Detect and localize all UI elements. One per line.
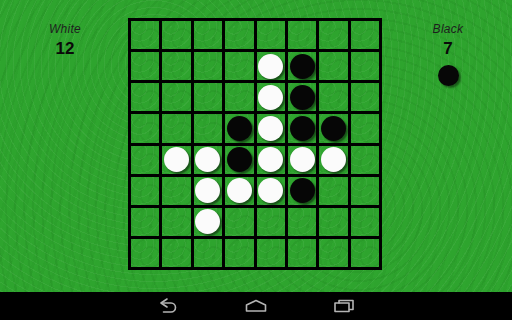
board-cell-c5[interactable] — [194, 146, 222, 174]
board-cell-h8[interactable] — [351, 239, 379, 267]
board-cell-d8[interactable] — [225, 239, 253, 267]
board-cell-a2[interactable] — [131, 52, 159, 80]
board-cell-b7[interactable] — [162, 208, 190, 236]
board-cell-d4[interactable] — [225, 114, 253, 142]
board-cell-e1[interactable] — [257, 21, 285, 49]
back-icon[interactable] — [156, 297, 180, 315]
white-disc — [321, 147, 346, 172]
white-player-label: White — [20, 22, 110, 36]
board-cell-g8[interactable] — [319, 239, 347, 267]
board-cell-f8[interactable] — [288, 239, 316, 267]
board-cell-a8[interactable] — [131, 239, 159, 267]
board-cell-b1[interactable] — [162, 21, 190, 49]
board-cell-c6[interactable] — [194, 177, 222, 205]
board-cell-f3[interactable] — [288, 83, 316, 111]
board-cell-f7[interactable] — [288, 208, 316, 236]
board-cell-g4[interactable] — [319, 114, 347, 142]
board-cell-e7[interactable] — [257, 208, 285, 236]
black-disc — [227, 147, 252, 172]
board-cell-c7[interactable] — [194, 208, 222, 236]
black-disc — [290, 178, 315, 203]
board-cell-f5[interactable] — [288, 146, 316, 174]
board-cell-d2[interactable] — [225, 52, 253, 80]
board-cell-a6[interactable] — [131, 177, 159, 205]
white-disc — [164, 147, 189, 172]
black-player-label: Black — [403, 22, 493, 36]
board-cell-e3[interactable] — [257, 83, 285, 111]
board-cell-b3[interactable] — [162, 83, 190, 111]
board-cell-f6[interactable] — [288, 177, 316, 205]
white-disc — [195, 147, 220, 172]
board-cell-b6[interactable] — [162, 177, 190, 205]
board-cell-b2[interactable] — [162, 52, 190, 80]
board-cell-h1[interactable] — [351, 21, 379, 49]
board-cell-e2[interactable] — [257, 52, 285, 80]
white-score-count: 12 — [20, 39, 110, 59]
board-cell-e4[interactable] — [257, 114, 285, 142]
board-cell-a1[interactable] — [131, 21, 159, 49]
board-cell-b5[interactable] — [162, 146, 190, 174]
black-score-count: 7 — [403, 39, 493, 59]
board-cell-h5[interactable] — [351, 146, 379, 174]
board-cell-c1[interactable] — [194, 21, 222, 49]
white-disc — [258, 178, 283, 203]
board-cell-b8[interactable] — [162, 239, 190, 267]
board-cell-g5[interactable] — [319, 146, 347, 174]
android-nav-bar — [0, 292, 512, 320]
board-cell-d5[interactable] — [225, 146, 253, 174]
board-cell-e6[interactable] — [257, 177, 285, 205]
board-cell-e8[interactable] — [257, 239, 285, 267]
black-score-panel: Black 7 — [403, 22, 493, 86]
board-cell-g6[interactable] — [319, 177, 347, 205]
black-disc — [290, 116, 315, 141]
board-cell-h2[interactable] — [351, 52, 379, 80]
white-disc — [227, 178, 252, 203]
board-cell-g3[interactable] — [319, 83, 347, 111]
home-icon[interactable] — [244, 297, 268, 315]
board-cell-a3[interactable] — [131, 83, 159, 111]
board-cell-a5[interactable] — [131, 146, 159, 174]
board-cell-f2[interactable] — [288, 52, 316, 80]
white-disc — [290, 147, 315, 172]
board-cell-g1[interactable] — [319, 21, 347, 49]
board-cell-d1[interactable] — [225, 21, 253, 49]
white-disc — [195, 209, 220, 234]
black-turn-indicator-disc — [438, 65, 459, 86]
board-cell-a7[interactable] — [131, 208, 159, 236]
board-cell-g7[interactable] — [319, 208, 347, 236]
black-disc — [290, 54, 315, 79]
board-cell-h4[interactable] — [351, 114, 379, 142]
board-cell-c4[interactable] — [194, 114, 222, 142]
black-disc — [227, 116, 252, 141]
black-disc — [290, 85, 315, 110]
board-cell-f4[interactable] — [288, 114, 316, 142]
board-cell-e5[interactable] — [257, 146, 285, 174]
board-cell-c3[interactable] — [194, 83, 222, 111]
white-disc — [258, 85, 283, 110]
white-disc — [258, 116, 283, 141]
black-disc — [321, 116, 346, 141]
board-cell-a4[interactable] — [131, 114, 159, 142]
board-cell-c2[interactable] — [194, 52, 222, 80]
reversi-app-screen: White 12 Black 7 — [0, 0, 512, 320]
board-cell-h3[interactable] — [351, 83, 379, 111]
white-disc — [258, 54, 283, 79]
board-cell-g2[interactable] — [319, 52, 347, 80]
board-cell-h6[interactable] — [351, 177, 379, 205]
white-score-panel: White 12 — [20, 22, 110, 59]
white-disc — [195, 178, 220, 203]
board-cell-d7[interactable] — [225, 208, 253, 236]
board-cell-d6[interactable] — [225, 177, 253, 205]
board-cell-f1[interactable] — [288, 21, 316, 49]
board-cell-h7[interactable] — [351, 208, 379, 236]
recents-icon[interactable] — [332, 297, 356, 315]
board-cell-b4[interactable] — [162, 114, 190, 142]
reversi-board — [128, 18, 382, 270]
board-cell-c8[interactable] — [194, 239, 222, 267]
board-cell-d3[interactable] — [225, 83, 253, 111]
white-disc — [258, 147, 283, 172]
